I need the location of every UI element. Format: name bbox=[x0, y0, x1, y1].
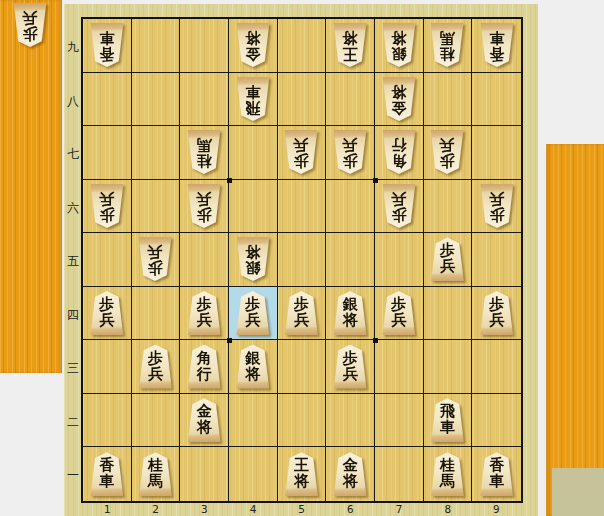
piece-kanji: 金将 bbox=[234, 23, 272, 67]
square-5七[interactable]: 歩兵 bbox=[278, 126, 327, 180]
piece-kanji: 歩兵 bbox=[331, 130, 369, 174]
square-2六[interactable] bbox=[132, 180, 181, 234]
piece-歩兵-rotated[interactable]: 歩兵 bbox=[180, 180, 228, 233]
square-5四[interactable]: 歩兵 bbox=[278, 287, 327, 341]
board-grid: 香車金将王将銀将桂馬香車飛車金将桂馬歩兵歩兵角行歩兵歩兵歩兵歩兵歩兵歩兵銀将歩兵… bbox=[81, 17, 523, 503]
piece-歩兵-rotated[interactable]: 歩兵 bbox=[326, 126, 374, 179]
square-9七[interactable] bbox=[472, 126, 521, 180]
square-8四[interactable] bbox=[424, 287, 473, 341]
square-2九[interactable] bbox=[132, 19, 181, 73]
captured-piece-pawn[interactable]: 歩兵 bbox=[10, 2, 50, 47]
square-5九[interactable] bbox=[278, 19, 327, 73]
piece-kanji: 金将 bbox=[331, 452, 369, 496]
piece-桂馬-rotated[interactable]: 桂馬 bbox=[424, 19, 472, 72]
square-1二[interactable] bbox=[83, 394, 132, 448]
square-3二[interactable]: 金将 bbox=[180, 394, 229, 448]
piece-香車[interactable]: 香車 bbox=[83, 447, 131, 501]
square-5二[interactable] bbox=[278, 394, 327, 448]
piece-kanji: 銀将 bbox=[234, 237, 272, 281]
square-3四[interactable]: 歩兵 bbox=[180, 287, 229, 341]
square-3八[interactable] bbox=[180, 73, 229, 127]
square-5六[interactable] bbox=[278, 180, 327, 234]
piece-歩兵-rotated[interactable]: 歩兵 bbox=[83, 180, 131, 233]
square-5五[interactable] bbox=[278, 233, 327, 287]
square-4八[interactable]: 飛車 bbox=[229, 73, 278, 127]
square-9三[interactable] bbox=[472, 340, 521, 394]
piece-歩兵[interactable]: 歩兵 bbox=[229, 287, 277, 340]
piece-kanji: 銀将 bbox=[234, 345, 272, 389]
row-label-二: 二 bbox=[66, 414, 80, 431]
square-8三[interactable] bbox=[424, 340, 473, 394]
piece-kanji: 王将 bbox=[331, 23, 369, 67]
square-8二[interactable]: 飛車 bbox=[424, 394, 473, 448]
square-2三[interactable]: 歩兵 bbox=[132, 340, 181, 394]
piece-kanji: 角行 bbox=[380, 130, 418, 174]
piece-kanji: 歩兵 bbox=[380, 291, 418, 335]
piece-歩兵-rotated[interactable]: 歩兵 bbox=[375, 180, 423, 233]
square-4四[interactable]: 歩兵 bbox=[229, 287, 278, 341]
row-label-六: 六 bbox=[66, 200, 80, 217]
piece-kanji: 歩兵 bbox=[428, 237, 466, 281]
piece-kanji: 王将 bbox=[282, 452, 320, 496]
square-3七[interactable]: 桂馬 bbox=[180, 126, 229, 180]
piece-歩兵[interactable]: 歩兵 bbox=[83, 287, 131, 340]
square-3一[interactable] bbox=[180, 447, 229, 501]
column-label-2: 2 bbox=[146, 503, 166, 516]
square-4六[interactable] bbox=[229, 180, 278, 234]
piece-kanji: 飛車 bbox=[234, 77, 272, 121]
piece-kanji: 角行 bbox=[185, 345, 223, 389]
square-1一[interactable]: 香車 bbox=[83, 447, 132, 501]
piece-kanji: 銀将 bbox=[331, 291, 369, 335]
square-6三[interactable]: 歩兵 bbox=[326, 340, 375, 394]
square-3五[interactable] bbox=[180, 233, 229, 287]
square-1五[interactable] bbox=[83, 233, 132, 287]
piece-飛車[interactable]: 飛車 bbox=[424, 394, 472, 447]
piece-kanji: 歩兵 bbox=[234, 291, 272, 335]
column-label-4: 4 bbox=[243, 503, 263, 516]
square-2一[interactable]: 桂馬 bbox=[132, 447, 181, 501]
piece-kanji: 歩兵 bbox=[185, 184, 223, 228]
column-label-9: 9 bbox=[486, 503, 506, 516]
column-label-1: 1 bbox=[97, 503, 117, 516]
piece-角行[interactable]: 角行 bbox=[180, 340, 228, 393]
square-4一[interactable] bbox=[229, 447, 278, 501]
piece-kanji: 桂馬 bbox=[136, 452, 174, 496]
piece-kanji: 銀将 bbox=[380, 23, 418, 67]
piece-歩兵-rotated[interactable]: 歩兵 bbox=[424, 126, 472, 179]
square-5三[interactable] bbox=[278, 340, 327, 394]
star-point bbox=[227, 338, 232, 343]
column-label-5: 5 bbox=[292, 503, 312, 516]
piece-kanji: 歩兵 bbox=[478, 184, 516, 228]
piece-銀将-rotated[interactable]: 銀将 bbox=[229, 233, 277, 286]
piece-kanji: 歩兵 bbox=[185, 291, 223, 335]
square-9九[interactable]: 香車 bbox=[472, 19, 521, 73]
piece-kanji: 金将 bbox=[380, 77, 418, 121]
square-5一[interactable]: 王将 bbox=[278, 447, 327, 501]
square-3三[interactable]: 角行 bbox=[180, 340, 229, 394]
square-7一[interactable] bbox=[375, 447, 424, 501]
piece-kanji: 歩兵 bbox=[282, 291, 320, 335]
piece-歩兵[interactable]: 歩兵 bbox=[375, 287, 423, 340]
square-1三[interactable] bbox=[83, 340, 132, 394]
piece-桂馬-rotated[interactable]: 桂馬 bbox=[180, 126, 228, 179]
square-6九[interactable]: 王将 bbox=[326, 19, 375, 73]
square-6五[interactable] bbox=[326, 233, 375, 287]
square-7六[interactable]: 歩兵 bbox=[375, 180, 424, 234]
piece-kanji: 桂馬 bbox=[428, 452, 466, 496]
piece-香車-rotated[interactable]: 香車 bbox=[472, 19, 521, 72]
square-7三[interactable] bbox=[375, 340, 424, 394]
square-3九[interactable] bbox=[180, 19, 229, 73]
square-9二[interactable] bbox=[472, 394, 521, 448]
square-8八[interactable] bbox=[424, 73, 473, 127]
square-8一[interactable]: 桂馬 bbox=[424, 447, 473, 501]
square-4七[interactable] bbox=[229, 126, 278, 180]
square-6二[interactable] bbox=[326, 394, 375, 448]
piece-角行-rotated[interactable]: 角行 bbox=[375, 126, 423, 179]
piece-歩兵[interactable]: 歩兵 bbox=[132, 340, 180, 393]
piece-kanji: 香車 bbox=[88, 23, 126, 67]
piece-kanji: 歩兵 bbox=[380, 184, 418, 228]
piece-kanji: 歩兵 bbox=[11, 3, 49, 47]
square-2四[interactable] bbox=[132, 287, 181, 341]
piece-kanji: 香車 bbox=[88, 452, 126, 496]
piece-歩兵-rotated[interactable]: 歩兵 bbox=[278, 126, 326, 179]
piece-kanji: 桂馬 bbox=[185, 130, 223, 174]
piece-kanji: 歩兵 bbox=[136, 237, 174, 281]
piece-王将-rotated[interactable]: 王将 bbox=[326, 19, 374, 72]
row-label-八: 八 bbox=[66, 93, 80, 110]
piece-桂馬[interactable]: 桂馬 bbox=[424, 447, 472, 501]
column-label-7: 7 bbox=[389, 503, 409, 516]
piece-kanji: 飛車 bbox=[428, 398, 466, 442]
square-2八[interactable] bbox=[132, 73, 181, 127]
square-6四[interactable]: 銀将 bbox=[326, 287, 375, 341]
square-8六[interactable] bbox=[424, 180, 473, 234]
row-label-七: 七 bbox=[66, 146, 80, 163]
piece-歩兵-rotated[interactable]: 歩兵 bbox=[10, 2, 50, 47]
piece-銀将-rotated[interactable]: 銀将 bbox=[375, 19, 423, 72]
square-7二[interactable] bbox=[375, 394, 424, 448]
square-7九[interactable]: 銀将 bbox=[375, 19, 424, 73]
column-label-8: 8 bbox=[438, 503, 458, 516]
square-8五[interactable]: 歩兵 bbox=[424, 233, 473, 287]
row-label-四: 四 bbox=[66, 307, 80, 324]
star-point bbox=[373, 338, 378, 343]
square-8七[interactable]: 歩兵 bbox=[424, 126, 473, 180]
square-6七[interactable]: 歩兵 bbox=[326, 126, 375, 180]
captured-pieces-tray-bottom bbox=[546, 144, 604, 516]
piece-桂馬[interactable]: 桂馬 bbox=[132, 447, 180, 501]
piece-香車-rotated[interactable]: 香車 bbox=[83, 19, 131, 72]
square-7八[interactable]: 金将 bbox=[375, 73, 424, 127]
piece-銀将[interactable]: 銀将 bbox=[229, 340, 277, 393]
piece-歩兵[interactable]: 歩兵 bbox=[424, 233, 472, 286]
corner-panel bbox=[552, 468, 604, 516]
piece-kanji: 歩兵 bbox=[428, 130, 466, 174]
piece-kanji: 歩兵 bbox=[88, 291, 126, 335]
square-7七[interactable]: 角行 bbox=[375, 126, 424, 180]
square-4九[interactable]: 金将 bbox=[229, 19, 278, 73]
piece-歩兵-rotated[interactable]: 歩兵 bbox=[132, 233, 180, 286]
piece-kanji: 桂馬 bbox=[428, 23, 466, 67]
piece-kanji: 歩兵 bbox=[478, 291, 516, 335]
row-label-五: 五 bbox=[66, 253, 80, 270]
square-7五[interactable] bbox=[375, 233, 424, 287]
piece-金将-rotated[interactable]: 金将 bbox=[375, 73, 423, 126]
square-6一[interactable]: 金将 bbox=[326, 447, 375, 501]
square-9一[interactable]: 香車 bbox=[472, 447, 521, 501]
piece-kanji: 歩兵 bbox=[88, 184, 126, 228]
piece-kanji: 香車 bbox=[478, 23, 516, 67]
square-9八[interactable] bbox=[472, 73, 521, 127]
square-2七[interactable] bbox=[132, 126, 181, 180]
piece-歩兵[interactable]: 歩兵 bbox=[472, 287, 521, 340]
star-point bbox=[227, 178, 232, 183]
square-1八[interactable] bbox=[83, 73, 132, 127]
column-label-6: 6 bbox=[340, 503, 360, 516]
row-label-一: 一 bbox=[66, 467, 80, 484]
square-1四[interactable]: 歩兵 bbox=[83, 287, 132, 341]
square-2二[interactable] bbox=[132, 394, 181, 448]
piece-歩兵[interactable]: 歩兵 bbox=[180, 287, 228, 340]
column-label-3: 3 bbox=[194, 503, 214, 516]
piece-kanji: 歩兵 bbox=[331, 345, 369, 389]
square-5八[interactable] bbox=[278, 73, 327, 127]
piece-銀将[interactable]: 銀将 bbox=[326, 287, 374, 340]
square-4三[interactable]: 銀将 bbox=[229, 340, 278, 394]
piece-歩兵[interactable]: 歩兵 bbox=[278, 287, 326, 340]
piece-王将[interactable]: 王将 bbox=[278, 447, 326, 501]
square-1七[interactable] bbox=[83, 126, 132, 180]
square-4五[interactable]: 銀将 bbox=[229, 233, 278, 287]
square-8九[interactable]: 桂馬 bbox=[424, 19, 473, 73]
row-label-九: 九 bbox=[66, 39, 80, 56]
star-point bbox=[373, 178, 378, 183]
piece-kanji: 金将 bbox=[185, 398, 223, 442]
piece-金将[interactable]: 金将 bbox=[180, 394, 228, 447]
piece-歩兵-rotated[interactable]: 歩兵 bbox=[472, 180, 521, 233]
square-9五[interactable] bbox=[472, 233, 521, 287]
shogi-board: 香車金将王将銀将桂馬香車飛車金将桂馬歩兵歩兵角行歩兵歩兵歩兵歩兵歩兵歩兵銀将歩兵… bbox=[64, 4, 538, 516]
square-1九[interactable]: 香車 bbox=[83, 19, 132, 73]
captured-pieces-tray-top: 歩兵 bbox=[0, 0, 62, 373]
piece-kanji: 歩兵 bbox=[136, 345, 174, 389]
piece-金将-rotated[interactable]: 金将 bbox=[229, 19, 277, 72]
piece-kanji: 歩兵 bbox=[282, 130, 320, 174]
square-9六[interactable]: 歩兵 bbox=[472, 180, 521, 234]
square-3六[interactable]: 歩兵 bbox=[180, 180, 229, 234]
square-1六[interactable]: 歩兵 bbox=[83, 180, 132, 234]
square-4二[interactable] bbox=[229, 394, 278, 448]
piece-金将[interactable]: 金将 bbox=[326, 447, 374, 501]
square-9四[interactable]: 歩兵 bbox=[472, 287, 521, 341]
square-6八[interactable] bbox=[326, 73, 375, 127]
piece-飛車-rotated[interactable]: 飛車 bbox=[229, 73, 277, 126]
piece-香車[interactable]: 香車 bbox=[472, 447, 521, 501]
square-6六[interactable] bbox=[326, 180, 375, 234]
square-2五[interactable]: 歩兵 bbox=[132, 233, 181, 287]
piece-kanji: 香車 bbox=[478, 452, 516, 496]
row-label-三: 三 bbox=[66, 360, 80, 377]
square-7四[interactable]: 歩兵 bbox=[375, 287, 424, 341]
piece-歩兵[interactable]: 歩兵 bbox=[326, 340, 374, 393]
